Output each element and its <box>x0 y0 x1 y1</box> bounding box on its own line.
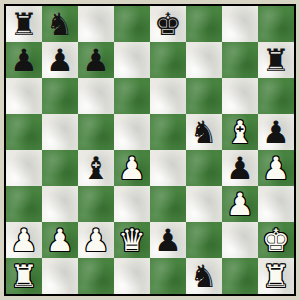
piece-black-pawn[interactable]: ♟ <box>82 42 110 78</box>
piece-black-rook[interactable]: ♜ <box>10 6 38 42</box>
square-h1[interactable]: ♜ <box>258 258 294 294</box>
square-f7[interactable] <box>186 42 222 78</box>
piece-black-knight[interactable]: ♞ <box>190 114 218 150</box>
piece-black-pawn[interactable]: ♟ <box>10 42 38 78</box>
square-f2[interactable] <box>186 222 222 258</box>
square-e4[interactable] <box>150 150 186 186</box>
square-a5[interactable] <box>6 114 42 150</box>
piece-black-pawn[interactable]: ♟ <box>262 114 290 150</box>
square-d5[interactable] <box>114 114 150 150</box>
square-d3[interactable] <box>114 186 150 222</box>
board-frame: ♜♞♚♟♟♟♜♞♝♟♝♟♟♟♟♟♟♟♛♟♚♜♞♜ <box>0 0 300 300</box>
square-f3[interactable] <box>186 186 222 222</box>
square-b1[interactable] <box>42 258 78 294</box>
square-d4[interactable]: ♟ <box>114 150 150 186</box>
piece-white-pawn[interactable]: ♟ <box>10 222 38 258</box>
piece-black-king[interactable]: ♚ <box>154 6 182 42</box>
chess-board: ♜♞♚♟♟♟♜♞♝♟♝♟♟♟♟♟♟♟♛♟♚♜♞♜ <box>6 6 294 294</box>
piece-white-pawn[interactable]: ♟ <box>118 150 146 186</box>
square-b3[interactable] <box>42 186 78 222</box>
square-h2[interactable]: ♚ <box>258 222 294 258</box>
square-a2[interactable]: ♟ <box>6 222 42 258</box>
square-f4[interactable] <box>186 150 222 186</box>
piece-white-rook[interactable]: ♜ <box>262 258 290 294</box>
piece-white-pawn[interactable]: ♟ <box>82 222 110 258</box>
square-g1[interactable] <box>222 258 258 294</box>
square-g5[interactable]: ♝ <box>222 114 258 150</box>
piece-white-pawn[interactable]: ♟ <box>226 186 254 222</box>
square-c7[interactable]: ♟ <box>78 42 114 78</box>
piece-black-knight[interactable]: ♞ <box>46 6 74 42</box>
square-c5[interactable] <box>78 114 114 150</box>
square-g2[interactable] <box>222 222 258 258</box>
piece-white-rook[interactable]: ♜ <box>10 258 38 294</box>
square-d6[interactable] <box>114 78 150 114</box>
square-b7[interactable]: ♟ <box>42 42 78 78</box>
piece-white-queen[interactable]: ♛ <box>118 222 146 258</box>
square-e3[interactable] <box>150 186 186 222</box>
piece-black-pawn[interactable]: ♟ <box>46 42 74 78</box>
square-e8[interactable]: ♚ <box>150 6 186 42</box>
piece-white-bishop[interactable]: ♝ <box>226 114 254 150</box>
square-h7[interactable]: ♜ <box>258 42 294 78</box>
square-c4[interactable]: ♝ <box>78 150 114 186</box>
square-g4[interactable]: ♟ <box>222 150 258 186</box>
square-c3[interactable] <box>78 186 114 222</box>
square-g8[interactable] <box>222 6 258 42</box>
square-a8[interactable]: ♜ <box>6 6 42 42</box>
square-f1[interactable]: ♞ <box>186 258 222 294</box>
square-b2[interactable]: ♟ <box>42 222 78 258</box>
square-g3[interactable]: ♟ <box>222 186 258 222</box>
square-d2[interactable]: ♛ <box>114 222 150 258</box>
square-c2[interactable]: ♟ <box>78 222 114 258</box>
square-h5[interactable]: ♟ <box>258 114 294 150</box>
square-e1[interactable] <box>150 258 186 294</box>
square-g6[interactable] <box>222 78 258 114</box>
square-c8[interactable] <box>78 6 114 42</box>
square-a3[interactable] <box>6 186 42 222</box>
board-border: ♜♞♚♟♟♟♜♞♝♟♝♟♟♟♟♟♟♟♛♟♚♜♞♜ <box>4 4 296 296</box>
square-h3[interactable] <box>258 186 294 222</box>
square-a4[interactable] <box>6 150 42 186</box>
piece-white-king[interactable]: ♚ <box>262 222 290 258</box>
square-d1[interactable] <box>114 258 150 294</box>
square-d7[interactable] <box>114 42 150 78</box>
square-c6[interactable] <box>78 78 114 114</box>
square-b8[interactable]: ♞ <box>42 6 78 42</box>
square-g7[interactable] <box>222 42 258 78</box>
square-c1[interactable] <box>78 258 114 294</box>
piece-white-pawn[interactable]: ♟ <box>262 150 290 186</box>
square-e6[interactable] <box>150 78 186 114</box>
piece-white-pawn[interactable]: ♟ <box>46 222 74 258</box>
piece-black-pawn[interactable]: ♟ <box>226 150 254 186</box>
piece-black-bishop[interactable]: ♝ <box>82 150 110 186</box>
square-f8[interactable] <box>186 6 222 42</box>
piece-black-rook[interactable]: ♜ <box>262 42 290 78</box>
square-h8[interactable] <box>258 6 294 42</box>
square-b6[interactable] <box>42 78 78 114</box>
square-e5[interactable] <box>150 114 186 150</box>
square-e7[interactable] <box>150 42 186 78</box>
square-a1[interactable]: ♜ <box>6 258 42 294</box>
square-f6[interactable] <box>186 78 222 114</box>
square-d8[interactable] <box>114 6 150 42</box>
square-f5[interactable]: ♞ <box>186 114 222 150</box>
square-h6[interactable] <box>258 78 294 114</box>
piece-black-pawn[interactable]: ♟ <box>154 222 182 258</box>
square-a6[interactable] <box>6 78 42 114</box>
piece-black-knight[interactable]: ♞ <box>190 258 218 294</box>
square-b4[interactable] <box>42 150 78 186</box>
square-b5[interactable] <box>42 114 78 150</box>
square-e2[interactable]: ♟ <box>150 222 186 258</box>
square-h4[interactable]: ♟ <box>258 150 294 186</box>
square-a7[interactable]: ♟ <box>6 42 42 78</box>
